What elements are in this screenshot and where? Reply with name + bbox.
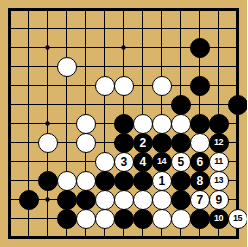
black-stone: [57, 209, 77, 229]
numbered-black-stone: 4: [133, 152, 153, 172]
star-point: [45, 197, 49, 201]
numbered-black-stone: 12: [209, 133, 229, 153]
numbered-white-stone: 1: [152, 171, 172, 191]
move-number: 6: [196, 156, 202, 168]
numbered-white-stone: 11: [209, 152, 229, 172]
white-stone: [95, 209, 115, 229]
white-stone: [190, 133, 210, 153]
white-stone: [57, 57, 77, 77]
black-stone: [228, 95, 248, 115]
white-stone: [95, 152, 115, 172]
black-stone: [114, 171, 134, 191]
numbered-white-stone: 15: [228, 209, 248, 229]
numbered-black-stone: 2: [133, 133, 153, 153]
numbered-white-stone: 13: [209, 171, 229, 191]
star-point: [121, 45, 125, 49]
go-diagram: 212341456111813791015: [0, 0, 247, 247]
move-number: 1: [158, 175, 164, 187]
white-stone: [133, 114, 153, 134]
white-stone: [152, 209, 172, 229]
black-stone: [133, 171, 153, 191]
black-stone: [114, 114, 134, 134]
numbered-white-stone: 7: [190, 190, 210, 210]
numbered-black-stone: 14: [152, 152, 172, 172]
white-stone: [76, 209, 96, 229]
white-stone: [95, 190, 115, 210]
black-stone: [190, 76, 210, 96]
white-stone: [76, 114, 96, 134]
black-stone: [190, 209, 210, 229]
numbered-white-stone: 9: [209, 190, 229, 210]
star-point: [45, 121, 49, 125]
numbered-black-stone: 6: [190, 152, 210, 172]
numbered-white-stone: 5: [171, 152, 191, 172]
white-stone: [152, 76, 172, 96]
black-stone: [95, 171, 115, 191]
numbered-black-stone: 10: [209, 209, 229, 229]
white-stone: [171, 114, 191, 134]
move-number: 2: [139, 137, 145, 149]
black-stone: [19, 190, 39, 210]
black-stone: [152, 133, 172, 153]
white-stone: [114, 190, 134, 210]
white-stone: [95, 76, 115, 96]
move-number: 7: [196, 194, 202, 206]
black-stone: [171, 95, 191, 115]
black-stone: [76, 190, 96, 210]
white-stone: [76, 171, 96, 191]
go-board[interactable]: 212341456111813791015: [0, 0, 247, 247]
numbered-white-stone: 3: [114, 152, 134, 172]
move-number: 11: [214, 157, 223, 166]
white-stone: [171, 209, 191, 229]
white-stone: [57, 171, 77, 191]
move-number: 4: [139, 156, 145, 168]
black-stone: [114, 209, 134, 229]
move-number: 13: [214, 176, 223, 185]
white-stone: [133, 190, 153, 210]
black-stone: [133, 209, 153, 229]
move-number: 14: [157, 157, 166, 166]
black-stone: [171, 171, 191, 191]
black-stone: [171, 190, 191, 210]
black-stone: [171, 133, 191, 153]
black-stone: [114, 133, 134, 153]
white-stone: [152, 114, 172, 134]
move-number: 15: [233, 214, 242, 223]
white-stone: [76, 133, 96, 153]
black-stone: [209, 114, 229, 134]
white-stone: [114, 76, 134, 96]
black-stone: [190, 114, 210, 134]
star-point: [45, 45, 49, 49]
move-number: 12: [214, 138, 223, 147]
white-stone: [152, 190, 172, 210]
move-number: 8: [196, 175, 202, 187]
black-stone: [57, 190, 77, 210]
move-number: 3: [120, 156, 126, 168]
move-number: 9: [215, 194, 221, 206]
white-stone: [38, 133, 58, 153]
black-stone: [38, 171, 58, 191]
numbered-black-stone: 8: [190, 171, 210, 191]
black-stone: [190, 38, 210, 58]
move-number: 5: [177, 156, 183, 168]
move-number: 10: [214, 214, 223, 223]
